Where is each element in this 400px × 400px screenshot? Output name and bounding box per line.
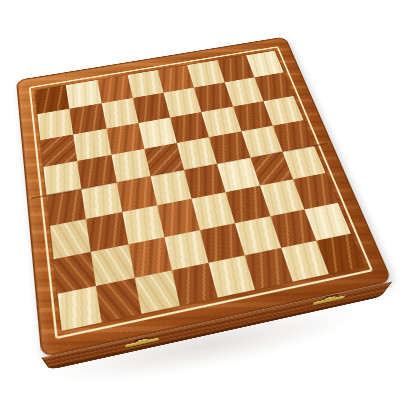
product-photo — [0, 0, 400, 400]
square-a1 — [58, 286, 102, 331]
chess-board-top — [16, 36, 392, 357]
board-grid — [35, 51, 365, 331]
inlay-frame — [29, 46, 373, 339]
brass-latch-left — [125, 337, 159, 348]
square-b1 — [96, 278, 141, 323]
scene — [28, 14, 340, 326]
folding-chess-box — [16, 36, 392, 357]
brass-latch-right — [312, 295, 346, 306]
